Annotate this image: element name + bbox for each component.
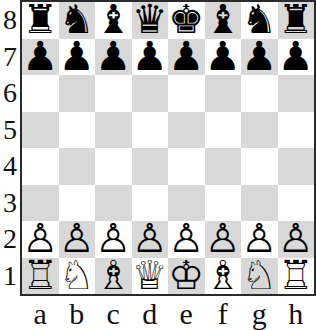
square-g4[interactable] (241, 148, 278, 185)
square-e4[interactable] (168, 148, 205, 185)
square-b4[interactable] (59, 148, 96, 185)
piece-black-pawn-h7: ♟ (278, 39, 314, 75)
square-a4[interactable] (22, 148, 59, 185)
square-e8[interactable]: ♚ (168, 2, 205, 39)
square-d2[interactable]: ♙ (132, 221, 169, 258)
piece-white-pawn-g2: ♙ (241, 221, 277, 257)
piece-black-pawn-b7: ♟ (59, 39, 95, 75)
square-c3[interactable] (95, 185, 132, 222)
piece-white-knight-b1: ♘ (59, 258, 95, 294)
square-b6[interactable] (59, 75, 96, 112)
piece-black-pawn-e7: ♟ (168, 39, 204, 75)
square-c7[interactable]: ♟ (95, 39, 132, 76)
piece-white-pawn-h2: ♙ (278, 221, 314, 257)
square-a3[interactable] (22, 185, 59, 222)
square-h7[interactable]: ♟ (278, 39, 315, 76)
piece-white-king-e1: ♔ (168, 258, 204, 294)
square-h4[interactable] (278, 148, 315, 185)
piece-black-queen-d8: ♛ (132, 2, 168, 38)
square-a8[interactable]: ♜ (22, 2, 59, 39)
chess-diagram: 87654321 ♜♞♝♛♚♝♞♜♟♟♟♟♟♟♟♟♙♙♙♙♙♙♙♙♖♘♗♕♔♗♘… (0, 0, 316, 330)
square-d4[interactable] (132, 148, 169, 185)
piece-white-rook-h1: ♖ (278, 258, 314, 294)
piece-black-rook-a8: ♜ (22, 2, 58, 38)
piece-white-pawn-c2: ♙ (95, 221, 131, 257)
square-f4[interactable] (205, 148, 242, 185)
file-label-g: g (241, 296, 278, 330)
rank-label-3: 3 (0, 185, 20, 222)
square-f1[interactable]: ♗ (205, 258, 242, 295)
square-c8[interactable]: ♝ (95, 2, 132, 39)
square-h5[interactable] (278, 112, 315, 149)
square-d3[interactable] (132, 185, 169, 222)
square-h8[interactable]: ♜ (278, 2, 315, 39)
square-f5[interactable] (205, 112, 242, 149)
piece-black-pawn-d7: ♟ (132, 39, 168, 75)
square-a1[interactable]: ♖ (22, 258, 59, 295)
square-c5[interactable] (95, 112, 132, 149)
piece-black-knight-g8: ♞ (241, 2, 277, 38)
piece-black-rook-h8: ♜ (278, 2, 314, 38)
square-g3[interactable] (241, 185, 278, 222)
piece-white-bishop-f1: ♗ (205, 258, 241, 294)
square-e5[interactable] (168, 112, 205, 149)
square-g8[interactable]: ♞ (241, 2, 278, 39)
rank-label-8: 8 (0, 2, 20, 39)
square-b8[interactable]: ♞ (59, 2, 96, 39)
piece-black-pawn-a7: ♟ (22, 39, 58, 75)
piece-white-knight-g1: ♘ (241, 258, 277, 294)
square-d5[interactable] (132, 112, 169, 149)
square-d6[interactable] (132, 75, 169, 112)
piece-white-pawn-b2: ♙ (59, 221, 95, 257)
square-c4[interactable] (95, 148, 132, 185)
piece-black-king-e8: ♚ (168, 2, 204, 38)
square-h6[interactable] (278, 75, 315, 112)
square-e6[interactable] (168, 75, 205, 112)
piece-black-pawn-c7: ♟ (95, 39, 131, 75)
chessboard: ♜♞♝♛♚♝♞♜♟♟♟♟♟♟♟♟♙♙♙♙♙♙♙♙♖♘♗♕♔♗♘♖ (20, 0, 316, 296)
file-labels: abcdefgh (22, 296, 314, 330)
square-h3[interactable] (278, 185, 315, 222)
piece-white-bishop-c1: ♗ (95, 258, 131, 294)
rank-label-1: 1 (0, 258, 20, 295)
file-label-h: h (278, 296, 315, 330)
square-e7[interactable]: ♟ (168, 39, 205, 76)
piece-black-knight-b8: ♞ (59, 2, 95, 38)
rank-label-7: 7 (0, 39, 20, 76)
square-f8[interactable]: ♝ (205, 2, 242, 39)
square-d7[interactable]: ♟ (132, 39, 169, 76)
square-b5[interactable] (59, 112, 96, 149)
square-a7[interactable]: ♟ (22, 39, 59, 76)
square-c2[interactable]: ♙ (95, 221, 132, 258)
piece-white-pawn-e2: ♙ (168, 221, 204, 257)
square-f3[interactable] (205, 185, 242, 222)
rank-label-5: 5 (0, 112, 20, 149)
square-d8[interactable]: ♛ (132, 2, 169, 39)
file-label-f: f (205, 296, 242, 330)
square-c6[interactable] (95, 75, 132, 112)
piece-white-rook-a1: ♖ (22, 258, 58, 294)
rank-label-4: 4 (0, 148, 20, 185)
piece-white-pawn-a2: ♙ (22, 221, 58, 257)
square-e2[interactable]: ♙ (168, 221, 205, 258)
file-label-d: d (132, 296, 169, 330)
square-b2[interactable]: ♙ (59, 221, 96, 258)
piece-black-pawn-f7: ♟ (205, 39, 241, 75)
square-g6[interactable] (241, 75, 278, 112)
square-a5[interactable] (22, 112, 59, 149)
piece-black-bishop-c8: ♝ (95, 2, 131, 38)
square-e1[interactable]: ♔ (168, 258, 205, 295)
square-h1[interactable]: ♖ (278, 258, 315, 295)
square-a6[interactable] (22, 75, 59, 112)
rank-labels: 87654321 (0, 2, 20, 294)
piece-white-pawn-d2: ♙ (132, 221, 168, 257)
square-e3[interactable] (168, 185, 205, 222)
rank-label-2: 2 (0, 221, 20, 258)
square-h2[interactable]: ♙ (278, 221, 315, 258)
square-f2[interactable]: ♙ (205, 221, 242, 258)
piece-black-bishop-f8: ♝ (205, 2, 241, 38)
rank-label-6: 6 (0, 75, 20, 112)
piece-white-pawn-f2: ♙ (205, 221, 241, 257)
square-f7[interactable]: ♟ (205, 39, 242, 76)
square-d1[interactable]: ♕ (132, 258, 169, 295)
file-label-a: a (22, 296, 59, 330)
piece-black-pawn-g7: ♟ (241, 39, 277, 75)
piece-white-queen-d1: ♕ (132, 258, 168, 294)
square-b1[interactable]: ♘ (59, 258, 96, 295)
square-f6[interactable] (205, 75, 242, 112)
square-g2[interactable]: ♙ (241, 221, 278, 258)
file-label-c: c (95, 296, 132, 330)
square-g5[interactable] (241, 112, 278, 149)
square-g1[interactable]: ♘ (241, 258, 278, 295)
file-label-e: e (168, 296, 205, 330)
square-a2[interactable]: ♙ (22, 221, 59, 258)
square-b7[interactable]: ♟ (59, 39, 96, 76)
square-g7[interactable]: ♟ (241, 39, 278, 76)
square-c1[interactable]: ♗ (95, 258, 132, 295)
square-b3[interactable] (59, 185, 96, 222)
file-label-b: b (59, 296, 96, 330)
